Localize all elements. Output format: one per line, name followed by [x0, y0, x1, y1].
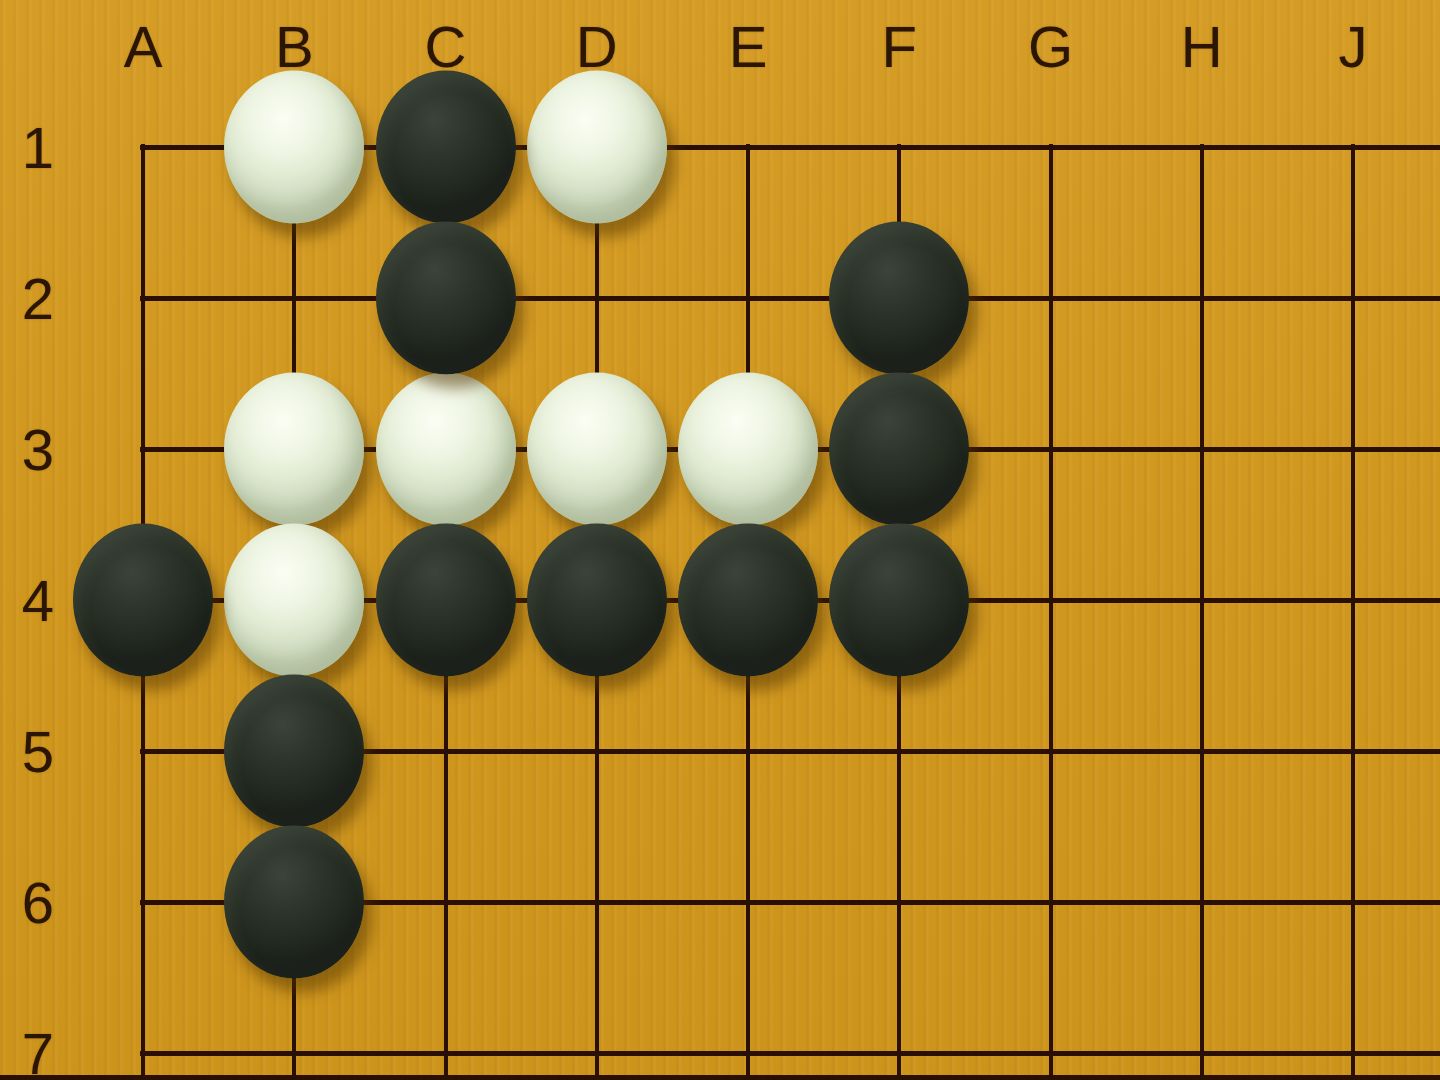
grid-vline-G [1049, 144, 1053, 1080]
stone-black-c1[interactable] [376, 71, 516, 224]
col-label-A: A [124, 13, 163, 80]
row-label-3: 3 [22, 416, 54, 483]
col-label-G: G [1028, 13, 1073, 80]
row-label-4: 4 [22, 567, 54, 634]
col-label-C: C [425, 13, 467, 80]
grid-vline-J [1351, 144, 1355, 1080]
stone-white-d3[interactable] [527, 373, 667, 526]
stone-black-a4[interactable] [73, 524, 213, 677]
row-label-5: 5 [22, 718, 54, 785]
board-bottom-edge [0, 1075, 1440, 1080]
stone-white-b4[interactable] [224, 524, 364, 677]
stone-black-b6[interactable] [224, 826, 364, 979]
row-label-2: 2 [22, 265, 54, 332]
stone-black-c2[interactable] [376, 222, 516, 375]
grid-vline-H [1200, 144, 1204, 1080]
stone-black-e4[interactable] [678, 524, 818, 677]
stone-black-c4[interactable] [376, 524, 516, 677]
col-label-B: B [275, 13, 314, 80]
row-label-1: 1 [22, 114, 54, 181]
col-label-J: J [1339, 13, 1368, 80]
stone-black-d4[interactable] [527, 524, 667, 677]
col-label-H: H [1181, 13, 1223, 80]
stone-white-b1[interactable] [224, 71, 364, 224]
stone-black-b5[interactable] [224, 675, 364, 828]
go-board[interactable]: ABCDEFGHJ 1234567 [0, 0, 1440, 1080]
row-label-7: 7 [22, 1020, 54, 1080]
row-label-6: 6 [22, 869, 54, 936]
col-label-E: E [729, 13, 768, 80]
grid-hline-7 [140, 1051, 1440, 1056]
col-label-F: F [882, 13, 917, 80]
stone-white-b3[interactable] [224, 373, 364, 526]
grid-hline-2 [140, 296, 1440, 301]
stone-white-c3[interactable] [376, 373, 516, 526]
stone-black-f2[interactable] [829, 222, 969, 375]
stone-black-f3[interactable] [829, 373, 969, 526]
stone-white-e3[interactable] [678, 373, 818, 526]
col-label-D: D [576, 13, 618, 80]
screenshot-frame: ABCDEFGHJ 1234567 [0, 0, 1440, 1080]
stone-black-f4[interactable] [829, 524, 969, 677]
stone-white-d1[interactable] [527, 71, 667, 224]
